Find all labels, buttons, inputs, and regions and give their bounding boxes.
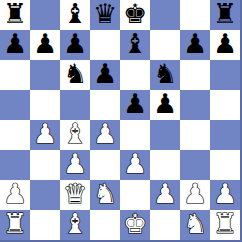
square-h4[interactable] [210, 120, 240, 150]
black-pawn-piece: ♟ [153, 90, 177, 119]
square-c8[interactable]: ♝ [60, 0, 90, 30]
square-d1[interactable] [90, 210, 120, 240]
square-e7[interactable]: ♝ [120, 30, 150, 60]
square-d8[interactable]: ♛ [90, 0, 120, 30]
white-pawn-piece: ♟ [33, 120, 57, 149]
white-bishop-piece: ♝ [63, 120, 87, 149]
square-a7[interactable]: ♟ [0, 30, 30, 60]
chess-board-container: ♜♝♛♚♜♟♟♟♝♟♟♞♟♞♟♟♟♝♟♟♟♟♛♞♟♟♟♜♝♚♞♜ [0, 0, 242, 242]
square-h2[interactable]: ♟ [210, 180, 240, 210]
square-e4[interactable] [120, 120, 150, 150]
square-e1[interactable]: ♚ [120, 210, 150, 240]
white-knight-piece: ♞ [183, 210, 207, 239]
square-b1[interactable] [30, 210, 60, 240]
square-h7[interactable]: ♟ [210, 30, 240, 60]
square-d7[interactable] [90, 30, 120, 60]
square-f7[interactable] [150, 30, 180, 60]
square-e5[interactable]: ♟ [120, 90, 150, 120]
square-b6[interactable] [30, 60, 60, 90]
black-rook-piece: ♜ [213, 0, 237, 29]
black-bishop-piece: ♝ [63, 0, 87, 29]
square-d6[interactable]: ♟ [90, 60, 120, 90]
square-c5[interactable] [60, 90, 90, 120]
black-pawn-piece: ♟ [63, 30, 87, 59]
square-a6[interactable] [0, 60, 30, 90]
white-pawn-piece: ♟ [213, 180, 237, 209]
square-f8[interactable] [150, 0, 180, 30]
square-d5[interactable] [90, 90, 120, 120]
white-pawn-piece: ♟ [153, 180, 177, 209]
square-h6[interactable] [210, 60, 240, 90]
black-pawn-piece: ♟ [213, 30, 237, 59]
square-g3[interactable] [180, 150, 210, 180]
square-c6[interactable]: ♞ [60, 60, 90, 90]
white-bishop-piece: ♝ [63, 210, 87, 239]
square-g5[interactable] [180, 90, 210, 120]
black-pawn-piece: ♟ [33, 30, 57, 59]
black-bishop-piece: ♝ [123, 30, 147, 59]
white-rook-piece: ♜ [213, 210, 237, 239]
square-f6[interactable]: ♞ [150, 60, 180, 90]
black-pawn-piece: ♟ [3, 30, 27, 59]
square-g7[interactable]: ♟ [180, 30, 210, 60]
square-e8[interactable]: ♚ [120, 0, 150, 30]
square-b3[interactable] [30, 150, 60, 180]
white-pawn-piece: ♟ [3, 180, 27, 209]
square-a3[interactable] [0, 150, 30, 180]
square-g2[interactable]: ♟ [180, 180, 210, 210]
square-d3[interactable] [90, 150, 120, 180]
square-e3[interactable]: ♟ [120, 150, 150, 180]
white-pawn-piece: ♟ [183, 180, 207, 209]
square-b7[interactable]: ♟ [30, 30, 60, 60]
square-b4[interactable]: ♟ [30, 120, 60, 150]
square-a4[interactable] [0, 120, 30, 150]
square-d2[interactable]: ♞ [90, 180, 120, 210]
square-e2[interactable] [120, 180, 150, 210]
square-b8[interactable] [30, 0, 60, 30]
square-c7[interactable]: ♟ [60, 30, 90, 60]
black-rook-piece: ♜ [3, 0, 27, 29]
square-f3[interactable] [150, 150, 180, 180]
white-pawn-piece: ♟ [123, 150, 147, 179]
square-f4[interactable] [150, 120, 180, 150]
square-h5[interactable] [210, 90, 240, 120]
square-f2[interactable]: ♟ [150, 180, 180, 210]
white-king-piece: ♚ [123, 210, 147, 239]
square-g4[interactable] [180, 120, 210, 150]
black-pawn-piece: ♟ [123, 90, 147, 119]
square-a5[interactable] [0, 90, 30, 120]
square-h3[interactable] [210, 150, 240, 180]
square-a1[interactable]: ♜ [0, 210, 30, 240]
square-g1[interactable]: ♞ [180, 210, 210, 240]
black-king-piece: ♚ [123, 0, 147, 29]
black-queen-piece: ♛ [93, 0, 117, 29]
black-knight-piece: ♞ [63, 60, 87, 89]
square-g8[interactable] [180, 0, 210, 30]
chess-board: ♜♝♛♚♜♟♟♟♝♟♟♞♟♞♟♟♟♝♟♟♟♟♛♞♟♟♟♜♝♚♞♜ [0, 0, 242, 242]
square-c1[interactable]: ♝ [60, 210, 90, 240]
square-a8[interactable]: ♜ [0, 0, 30, 30]
black-pawn-piece: ♟ [183, 30, 207, 59]
square-c4[interactable]: ♝ [60, 120, 90, 150]
white-knight-piece: ♞ [93, 180, 117, 209]
black-knight-piece: ♞ [153, 60, 177, 89]
square-e6[interactable] [120, 60, 150, 90]
white-queen-piece: ♛ [63, 180, 87, 209]
white-rook-piece: ♜ [3, 210, 27, 239]
square-g6[interactable] [180, 60, 210, 90]
square-h1[interactable]: ♜ [210, 210, 240, 240]
square-f1[interactable] [150, 210, 180, 240]
square-b5[interactable] [30, 90, 60, 120]
square-b2[interactable] [30, 180, 60, 210]
square-h8[interactable]: ♜ [210, 0, 240, 30]
square-c3[interactable]: ♟ [60, 150, 90, 180]
black-pawn-piece: ♟ [93, 60, 117, 89]
white-pawn-piece: ♟ [93, 120, 117, 149]
square-f5[interactable]: ♟ [150, 90, 180, 120]
square-c2[interactable]: ♛ [60, 180, 90, 210]
square-a2[interactable]: ♟ [0, 180, 30, 210]
white-pawn-piece: ♟ [63, 150, 87, 179]
square-d4[interactable]: ♟ [90, 120, 120, 150]
